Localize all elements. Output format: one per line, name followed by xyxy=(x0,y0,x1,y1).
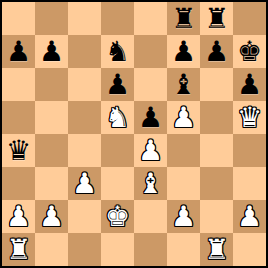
square-d2[interactable]: ♚ xyxy=(101,200,134,233)
piece-black-pawn[interactable]: ♟ xyxy=(105,68,130,101)
piece-black-queen[interactable]: ♛ xyxy=(6,134,31,167)
square-h8[interactable] xyxy=(233,2,266,35)
piece-black-knight[interactable]: ♞ xyxy=(105,35,130,68)
chess-board: ♜♜♟♟♞♟♟♚♟♝♟♞♟♟♛♛♟♟♝♟♟♚♟♟♜♜ xyxy=(2,2,266,266)
square-f1[interactable] xyxy=(167,233,200,266)
square-g6[interactable] xyxy=(200,68,233,101)
piece-white-pawn[interactable]: ♟ xyxy=(138,134,163,167)
square-e3[interactable]: ♝ xyxy=(134,167,167,200)
square-c5[interactable] xyxy=(68,101,101,134)
square-d4[interactable] xyxy=(101,134,134,167)
piece-white-queen[interactable]: ♛ xyxy=(237,101,262,134)
square-a1[interactable]: ♜ xyxy=(2,233,35,266)
square-a3[interactable] xyxy=(2,167,35,200)
square-b6[interactable] xyxy=(35,68,68,101)
square-h6[interactable]: ♟ xyxy=(233,68,266,101)
piece-white-king[interactable]: ♚ xyxy=(105,200,130,233)
square-f5[interactable]: ♟ xyxy=(167,101,200,134)
square-h2[interactable]: ♟ xyxy=(233,200,266,233)
square-c6[interactable] xyxy=(68,68,101,101)
square-b1[interactable] xyxy=(35,233,68,266)
square-e6[interactable] xyxy=(134,68,167,101)
square-d3[interactable] xyxy=(101,167,134,200)
square-c7[interactable] xyxy=(68,35,101,68)
square-b8[interactable] xyxy=(35,2,68,35)
piece-black-king[interactable]: ♚ xyxy=(237,35,262,68)
piece-black-bishop[interactable]: ♝ xyxy=(171,68,196,101)
piece-black-rook[interactable]: ♜ xyxy=(204,2,229,35)
square-c3[interactable]: ♟ xyxy=(68,167,101,200)
square-b4[interactable] xyxy=(35,134,68,167)
square-a4[interactable]: ♛ xyxy=(2,134,35,167)
square-b5[interactable] xyxy=(35,101,68,134)
square-e2[interactable] xyxy=(134,200,167,233)
piece-black-rook[interactable]: ♜ xyxy=(171,2,196,35)
square-d7[interactable]: ♞ xyxy=(101,35,134,68)
square-h3[interactable] xyxy=(233,167,266,200)
piece-white-pawn[interactable]: ♟ xyxy=(171,200,196,233)
square-b3[interactable] xyxy=(35,167,68,200)
piece-white-knight[interactable]: ♞ xyxy=(105,101,130,134)
square-d8[interactable] xyxy=(101,2,134,35)
square-g5[interactable] xyxy=(200,101,233,134)
piece-white-pawn[interactable]: ♟ xyxy=(6,200,31,233)
square-f4[interactable] xyxy=(167,134,200,167)
square-a5[interactable] xyxy=(2,101,35,134)
piece-white-rook[interactable]: ♜ xyxy=(6,233,31,266)
square-c2[interactable] xyxy=(68,200,101,233)
piece-black-pawn[interactable]: ♟ xyxy=(39,35,64,68)
piece-white-pawn[interactable]: ♟ xyxy=(72,167,97,200)
square-e4[interactable]: ♟ xyxy=(134,134,167,167)
square-f2[interactable]: ♟ xyxy=(167,200,200,233)
square-d1[interactable] xyxy=(101,233,134,266)
square-g2[interactable] xyxy=(200,200,233,233)
piece-black-pawn[interactable]: ♟ xyxy=(237,68,262,101)
square-g7[interactable]: ♟ xyxy=(200,35,233,68)
piece-white-pawn[interactable]: ♟ xyxy=(237,200,262,233)
square-e5[interactable]: ♟ xyxy=(134,101,167,134)
square-g4[interactable] xyxy=(200,134,233,167)
piece-white-rook[interactable]: ♜ xyxy=(204,233,229,266)
piece-white-bishop[interactable]: ♝ xyxy=(138,167,163,200)
piece-black-pawn[interactable]: ♟ xyxy=(6,35,31,68)
square-h4[interactable] xyxy=(233,134,266,167)
square-h1[interactable] xyxy=(233,233,266,266)
square-b7[interactable]: ♟ xyxy=(35,35,68,68)
piece-black-pawn[interactable]: ♟ xyxy=(204,35,229,68)
square-c8[interactable] xyxy=(68,2,101,35)
square-f7[interactable]: ♟ xyxy=(167,35,200,68)
square-e1[interactable] xyxy=(134,233,167,266)
square-a7[interactable]: ♟ xyxy=(2,35,35,68)
piece-white-pawn[interactable]: ♟ xyxy=(39,200,64,233)
square-h7[interactable]: ♚ xyxy=(233,35,266,68)
square-a2[interactable]: ♟ xyxy=(2,200,35,233)
square-f8[interactable]: ♜ xyxy=(167,2,200,35)
chess-board-frame: ♜♜♟♟♞♟♟♚♟♝♟♞♟♟♛♛♟♟♝♟♟♚♟♟♜♜ xyxy=(0,0,268,268)
square-d5[interactable]: ♞ xyxy=(101,101,134,134)
square-a6[interactable] xyxy=(2,68,35,101)
piece-black-pawn[interactable]: ♟ xyxy=(138,101,163,134)
square-b2[interactable]: ♟ xyxy=(35,200,68,233)
square-a8[interactable] xyxy=(2,2,35,35)
square-g3[interactable] xyxy=(200,167,233,200)
square-d6[interactable]: ♟ xyxy=(101,68,134,101)
square-c1[interactable] xyxy=(68,233,101,266)
square-e7[interactable] xyxy=(134,35,167,68)
square-c4[interactable] xyxy=(68,134,101,167)
piece-white-pawn[interactable]: ♟ xyxy=(171,101,196,134)
square-f3[interactable] xyxy=(167,167,200,200)
square-g1[interactable]: ♜ xyxy=(200,233,233,266)
square-f6[interactable]: ♝ xyxy=(167,68,200,101)
square-e8[interactable] xyxy=(134,2,167,35)
square-h5[interactable]: ♛ xyxy=(233,101,266,134)
square-g8[interactable]: ♜ xyxy=(200,2,233,35)
piece-black-pawn[interactable]: ♟ xyxy=(171,35,196,68)
